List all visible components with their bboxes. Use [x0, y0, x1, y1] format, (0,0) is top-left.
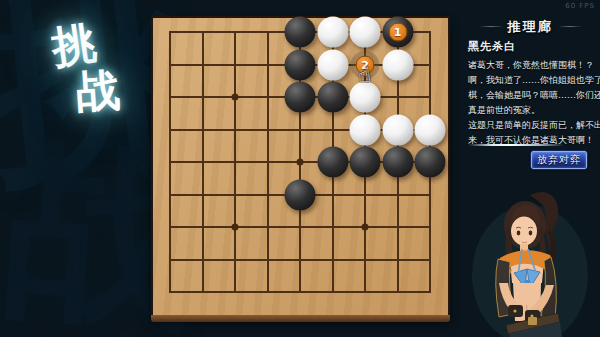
grid-line-horizontal: [169, 259, 431, 261]
fps-counter: 60 FPS: [565, 2, 595, 10]
black-stone: [415, 147, 446, 178]
title-decor-line-left: [479, 26, 503, 27]
go-board-side-edge: [151, 315, 450, 322]
dialogue-line: 棋，会输她是吗？嘻嘻……你们还: [468, 88, 600, 103]
move-number-badge: 1: [388, 23, 407, 42]
challenge-banner: 挑 战: [34, 6, 134, 126]
give-up-button[interactable]: 放弃对弈: [531, 151, 587, 169]
character-portrait: [470, 185, 600, 337]
puzzle-task-label: 黑先杀白: [468, 39, 516, 54]
dialogue-line: 真是前世的冤家。: [468, 103, 600, 118]
black-stone: [285, 17, 316, 48]
black-stone: [285, 49, 316, 80]
title-decor-line-right: [558, 26, 582, 27]
white-stone: [317, 49, 348, 80]
white-stone: [382, 114, 413, 145]
go-board-grid[interactable]: 12☝: [170, 32, 430, 292]
black-stone: [382, 147, 413, 178]
dialogue-line: 这题只是简单的反提而已，解不出: [468, 118, 600, 133]
black-stone: [285, 179, 316, 210]
panel-divider-line: [468, 144, 564, 146]
panel-title: 推理廊: [508, 18, 553, 36]
go-board[interactable]: 12☝: [151, 16, 450, 317]
black-stone: [317, 147, 348, 178]
star-point: [362, 224, 369, 231]
black-stone: [350, 147, 381, 178]
white-stone: [382, 49, 413, 80]
challenge-char-bottom: 战: [74, 61, 122, 123]
dialogue-line: 啊，我知道了……你怕姐姐也学了: [468, 73, 600, 88]
white-stone: [350, 114, 381, 145]
hand-cursor-icon: ☝: [357, 62, 372, 87]
black-stone: [285, 82, 316, 113]
puzzle-panel: 推理廊 黑先杀白 诸葛大哥，你竟然也懂围棋！？啊，我知道了……你怕姐姐也学了棋，…: [460, 6, 600, 181]
white-stone: [350, 17, 381, 48]
star-point: [297, 159, 304, 166]
dialogue-lines: 诸葛大哥，你竟然也懂围棋！？啊，我知道了……你怕姐姐也学了棋，会输她是吗？嘻嘻……: [468, 58, 600, 148]
star-point: [232, 94, 239, 101]
white-stone: [415, 114, 446, 145]
game-screen: 挑 战 挑 战 12☝ 推理廊 黑先杀白 诸葛大哥，你竟然也懂围棋！？啊，我知道…: [0, 0, 600, 337]
grid-line-horizontal: [169, 291, 431, 293]
dialogue-line: 诸葛大哥，你竟然也懂围棋！？: [468, 58, 600, 73]
black-stone: [317, 82, 348, 113]
star-point: [232, 224, 239, 231]
panel-title-row: 推理廊: [460, 16, 600, 36]
white-stone: [317, 17, 348, 48]
grid-line-horizontal: [169, 226, 431, 228]
